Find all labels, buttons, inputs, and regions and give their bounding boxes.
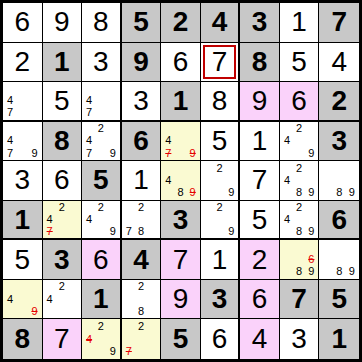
cell-r9c9[interactable]: 1 — [319, 319, 359, 359]
cell-value: 1 — [173, 87, 189, 115]
pencil-marks: 27 — [123, 320, 160, 358]
candidate-8: 8 — [135, 305, 147, 317]
pencil-marks: 249 — [83, 320, 119, 358]
cell-value: 6 — [93, 246, 109, 274]
cell-r9c3[interactable]: 249 — [82, 319, 122, 359]
candidate-9: 9 — [107, 147, 119, 159]
cell-r1c6[interactable]: 4 — [201, 3, 241, 43]
cell-r4c9[interactable]: 3 — [319, 122, 359, 162]
cell-r6c3[interactable]: 249 — [82, 201, 122, 241]
cell-r7c2[interactable]: 3 — [43, 240, 83, 280]
pencil-marks: 689 — [281, 241, 318, 278]
cell-r9c2[interactable]: 7 — [43, 319, 83, 359]
cell-value: 3 — [133, 87, 149, 115]
candidate-7-eliminated: 7 — [44, 225, 56, 237]
cell-r6c8[interactable]: 2489 — [280, 201, 320, 241]
candidate-9: 9 — [107, 345, 119, 358]
cell-r4c3[interactable]: 2479 — [82, 122, 122, 162]
cell-value: 9 — [133, 48, 149, 76]
cell-r4c6[interactable]: 5 — [201, 122, 241, 162]
cell-r3c6[interactable]: 8 — [201, 82, 241, 122]
candidate-4: 4 — [281, 135, 293, 147]
pencil-marks: 249 — [281, 123, 318, 160]
cell-r2c7[interactable]: 8 — [240, 43, 280, 83]
candidate-9: 9 — [107, 225, 119, 237]
candidate-4: 4 — [83, 95, 95, 107]
candidate-9: 9 — [28, 147, 40, 159]
cell-value: 2 — [14, 48, 30, 76]
candidate-2: 2 — [95, 123, 107, 135]
candidate-9: 9 — [305, 266, 317, 278]
cell-r1c7[interactable]: 3 — [240, 3, 280, 43]
pencil-marks: 479 — [162, 123, 199, 160]
cell-r1c2[interactable]: 9 — [43, 3, 83, 43]
cell-r4c4[interactable]: 6 — [122, 122, 162, 162]
pencil-marks: 489 — [162, 162, 199, 199]
cell-value: 8 — [93, 8, 109, 36]
cell-value: 1 — [291, 8, 307, 36]
cell-r8c2[interactable]: 24 — [43, 280, 83, 320]
pencil-marks: 89 — [320, 241, 358, 278]
candidate-8: 8 — [293, 266, 305, 278]
cell-value: 3 — [93, 48, 109, 76]
pencil-marks: 29 — [202, 202, 238, 238]
pencil-marks: 49 — [4, 281, 41, 318]
candidate-2: 2 — [56, 202, 68, 214]
cell-r1c8[interactable]: 1 — [280, 3, 320, 43]
cell-value: 6 — [173, 48, 189, 76]
cell-r7c9[interactable]: 89 — [319, 240, 359, 280]
cell-r2c2[interactable]: 1 — [43, 43, 83, 83]
cell-r3c8[interactable]: 6 — [280, 82, 320, 122]
cell-value: 1 — [252, 127, 268, 155]
cell-value: 8 — [212, 87, 228, 115]
cell-value: 5 — [133, 8, 149, 36]
cell-value: 9 — [54, 8, 70, 36]
cell-r2c3[interactable]: 3 — [82, 43, 122, 83]
cell-r5c1[interactable]: 3 — [3, 161, 43, 201]
cell-r6c9[interactable]: 6 — [319, 201, 359, 241]
pencil-marks: 249 — [83, 202, 119, 238]
candidate-4: 4 — [4, 95, 16, 107]
candidate-4: 4 — [44, 214, 56, 226]
cell-value: 6 — [14, 8, 30, 36]
candidate-2: 2 — [293, 123, 305, 135]
cell-value: 6 — [331, 206, 347, 234]
cell-r6c6[interactable]: 29 — [201, 201, 241, 241]
sudoku-board: 6985243172139678544754731896247982479647… — [0, 0, 362, 362]
cell-r3c3[interactable]: 47 — [82, 82, 122, 122]
candidate-2: 2 — [214, 202, 226, 214]
candidate-2: 2 — [56, 281, 68, 293]
cell-value: 2 — [331, 87, 347, 115]
cell-value: 3 — [173, 206, 189, 234]
candidate-4: 4 — [4, 135, 16, 147]
cell-value: 3 — [54, 246, 70, 274]
cell-value: 1 — [331, 325, 347, 353]
cell-r2c5[interactable]: 6 — [161, 43, 201, 83]
cell-r5c4[interactable]: 1 — [122, 161, 162, 201]
pencil-marks: 2489 — [281, 202, 318, 238]
candidate-4: 4 — [83, 135, 95, 147]
cell-value: 8 — [14, 325, 30, 353]
cell-r3c1[interactable]: 47 — [3, 82, 43, 122]
cell-value: 3 — [14, 166, 30, 194]
candidate-4: 4 — [162, 174, 174, 186]
candidate-2: 2 — [293, 162, 305, 174]
cell-r8c1[interactable]: 49 — [3, 280, 43, 320]
cell-r8c3[interactable]: 1 — [82, 280, 122, 320]
candidate-4: 4 — [162, 135, 174, 147]
candidate-2: 2 — [135, 320, 147, 333]
cell-r7c3[interactable]: 6 — [82, 240, 122, 280]
candidate-4: 4 — [281, 174, 293, 186]
candidate-7: 7 — [83, 147, 95, 159]
cell-r9c4[interactable]: 27 — [122, 319, 162, 359]
candidate-9: 9 — [305, 225, 317, 237]
cell-r2c1[interactable]: 2 — [3, 43, 43, 83]
pencil-marks: 29 — [202, 162, 238, 199]
cell-value: 5 — [14, 246, 30, 274]
cell-value: 7 — [54, 325, 70, 353]
cell-r1c1[interactable]: 6 — [3, 3, 43, 43]
cell-value: 2 — [173, 8, 189, 36]
cell-r8c7[interactable]: 6 — [240, 280, 280, 320]
cell-value: 3 — [291, 325, 307, 353]
cell-value: 8 — [54, 127, 70, 155]
cell-value: 5 — [252, 206, 268, 234]
candidate-9: 9 — [345, 266, 358, 278]
cell-value: 1 — [93, 285, 109, 313]
candidate-7: 7 — [123, 225, 135, 237]
cell-value: 1 — [133, 166, 149, 194]
cell-r9c6[interactable]: 6 — [201, 319, 241, 359]
cell-r1c9[interactable]: 7 — [319, 3, 359, 43]
cell-r4c2[interactable]: 8 — [43, 122, 83, 162]
cell-r2c4[interactable]: 9 — [122, 43, 162, 83]
pencil-marks: 89 — [320, 162, 358, 199]
cell-r5c3[interactable]: 5 — [82, 161, 122, 201]
cell-r8c4[interactable]: 28 — [122, 280, 162, 320]
cell-value: 6 — [291, 87, 307, 115]
cell-r3c5[interactable]: 1 — [161, 82, 201, 122]
cell-r5c8[interactable]: 2489 — [280, 161, 320, 201]
cell-r9c1[interactable]: 8 — [3, 319, 43, 359]
candidate-2: 2 — [95, 202, 107, 214]
candidate-2: 2 — [95, 320, 107, 333]
cell-r8c9[interactable]: 5 — [319, 280, 359, 320]
cell-value: 5 — [291, 48, 307, 76]
cell-r3c7[interactable]: 9 — [240, 82, 280, 122]
candidate-4-eliminated: 4 — [83, 333, 95, 346]
cell-r5c6[interactable]: 29 — [201, 161, 241, 201]
cell-r6c7[interactable]: 5 — [240, 201, 280, 241]
cell-value: 1 — [212, 246, 228, 274]
cell-r8c8[interactable]: 7 — [280, 280, 320, 320]
cell-r1c3[interactable]: 8 — [82, 3, 122, 43]
cell-value: 1 — [14, 206, 30, 234]
candidate-9-eliminated: 9 — [187, 147, 199, 159]
pencil-marks: 24 — [44, 281, 81, 318]
cell-r6c4[interactable]: 278 — [122, 201, 162, 241]
candidate-8: 8 — [293, 187, 305, 199]
cell-r6c5[interactable]: 3 — [161, 201, 201, 241]
cell-value: 3 — [331, 127, 347, 155]
cell-value: 5 — [54, 87, 70, 115]
cell-r9c5[interactable]: 5 — [161, 319, 201, 359]
candidate-9-eliminated: 9 — [187, 187, 199, 199]
cell-r7c7[interactable]: 2 — [240, 240, 280, 280]
candidate-7-eliminated: 7 — [123, 345, 135, 358]
cell-value: 9 — [252, 87, 268, 115]
cell-r4c8[interactable]: 249 — [280, 122, 320, 162]
candidate-4: 4 — [4, 293, 16, 305]
cell-r5c7[interactable]: 7 — [240, 161, 280, 201]
candidate-4: 4 — [83, 214, 95, 226]
candidate-2: 2 — [214, 162, 226, 174]
candidate-7: 7 — [83, 107, 95, 119]
cell-value: 4 — [331, 48, 347, 76]
cell-value: 7 — [212, 48, 228, 76]
candidate-9: 9 — [225, 187, 237, 199]
candidate-7-eliminated: 7 — [162, 147, 174, 159]
cell-r3c9[interactable]: 2 — [319, 82, 359, 122]
candidate-6-eliminated: 6 — [305, 254, 317, 266]
candidate-9: 9 — [225, 225, 237, 237]
cell-r7c4[interactable]: 4 — [122, 240, 162, 280]
cell-r7c1[interactable]: 5 — [3, 240, 43, 280]
cell-value: 3 — [252, 8, 268, 36]
cell-r3c4[interactable]: 3 — [122, 82, 162, 122]
cell-value: 7 — [173, 246, 189, 274]
cell-value: 6 — [252, 285, 268, 313]
cell-r4c1[interactable]: 479 — [3, 122, 43, 162]
candidate-9: 9 — [305, 147, 317, 159]
cell-r8c6[interactable]: 3 — [201, 280, 241, 320]
cell-value: 4 — [133, 246, 149, 274]
pencil-marks: 247 — [44, 202, 81, 238]
cell-r7c8[interactable]: 689 — [280, 240, 320, 280]
cell-value: 5 — [173, 325, 189, 353]
cell-r1c5[interactable]: 2 — [161, 3, 201, 43]
candidate-2: 2 — [135, 281, 147, 293]
candidate-8: 8 — [333, 266, 346, 278]
cell-value: 4 — [252, 325, 268, 353]
cell-value: 5 — [93, 166, 109, 194]
cell-value: 6 — [133, 127, 149, 155]
candidate-9: 9 — [345, 187, 358, 199]
cell-value: 3 — [212, 285, 228, 313]
cell-r9c8[interactable]: 3 — [280, 319, 320, 359]
pencil-marks: 28 — [123, 281, 160, 318]
cell-r2c6[interactable]: 7 — [201, 43, 241, 83]
cell-r2c8[interactable]: 5 — [280, 43, 320, 83]
cell-r5c5[interactable]: 489 — [161, 161, 201, 201]
cell-r5c2[interactable]: 6 — [43, 161, 83, 201]
cell-value: 8 — [252, 48, 268, 76]
cell-value: 5 — [331, 285, 347, 313]
cell-value: 5 — [212, 127, 228, 155]
cell-r3c2[interactable]: 5 — [43, 82, 83, 122]
cell-r7c6[interactable]: 1 — [201, 240, 241, 280]
cell-value: 6 — [212, 325, 228, 353]
candidate-8: 8 — [333, 187, 346, 199]
cell-r4c5[interactable]: 479 — [161, 122, 201, 162]
cell-r6c1[interactable]: 1 — [3, 201, 43, 241]
candidate-4: 4 — [44, 293, 56, 305]
cell-value: 1 — [54, 48, 70, 76]
cell-value: 7 — [252, 166, 268, 194]
candidate-8: 8 — [174, 187, 186, 199]
pencil-marks: 2479 — [83, 123, 119, 160]
cell-value: 6 — [54, 166, 70, 194]
candidate-2: 2 — [135, 202, 147, 214]
cell-r8c5[interactable]: 9 — [161, 280, 201, 320]
cell-value: 7 — [331, 8, 347, 36]
candidate-8: 8 — [135, 225, 147, 237]
cell-value: 2 — [252, 246, 268, 274]
pencil-marks: 47 — [4, 83, 41, 119]
candidate-9-eliminated: 9 — [28, 305, 40, 317]
pencil-marks: 47 — [83, 83, 119, 119]
candidate-8: 8 — [293, 225, 305, 237]
cell-r2c9[interactable]: 4 — [319, 43, 359, 83]
cell-value: 9 — [173, 285, 189, 313]
candidate-7: 7 — [4, 147, 16, 159]
cell-r7c5[interactable]: 7 — [161, 240, 201, 280]
cell-r6c2[interactable]: 247 — [43, 201, 83, 241]
candidate-9: 9 — [305, 187, 317, 199]
pencil-marks: 2489 — [281, 162, 318, 199]
cell-r9c7[interactable]: 4 — [240, 319, 280, 359]
pencil-marks: 278 — [123, 202, 160, 238]
candidate-2: 2 — [293, 202, 305, 214]
cell-r4c7[interactable]: 1 — [240, 122, 280, 162]
candidate-7: 7 — [4, 107, 16, 119]
cell-r1c4[interactable]: 5 — [122, 3, 162, 43]
cell-value: 4 — [212, 8, 228, 36]
cell-value: 7 — [291, 285, 307, 313]
pencil-marks: 479 — [4, 123, 41, 160]
candidate-4: 4 — [281, 214, 293, 226]
cell-r5c9[interactable]: 89 — [319, 161, 359, 201]
